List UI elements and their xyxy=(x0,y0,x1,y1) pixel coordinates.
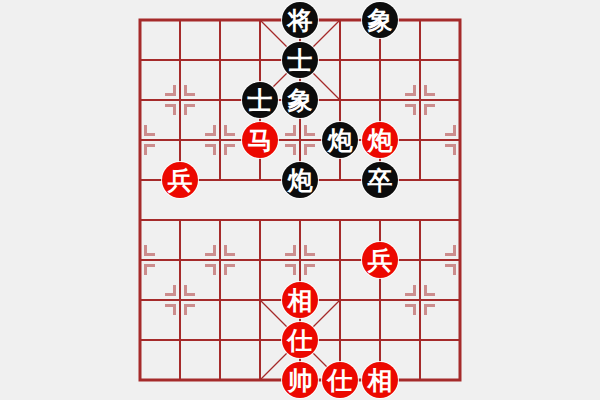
star-point-bracket xyxy=(405,285,416,296)
star-point-bracket xyxy=(184,104,195,115)
star-point-mark xyxy=(405,85,435,115)
xiangqi-board[interactable]: 将象士士象马炮炮兵炮卒兵相仕帅仕相 xyxy=(140,20,460,380)
red-pawn[interactable]: 兵 xyxy=(362,242,398,278)
star-point-bracket xyxy=(224,125,235,136)
star-point-bracket xyxy=(285,245,296,256)
star-point-mark xyxy=(205,245,235,275)
star-point-bracket xyxy=(165,104,176,115)
black-advisor[interactable]: 士 xyxy=(282,42,318,78)
star-point-bracket xyxy=(405,104,416,115)
star-point-bracket xyxy=(304,144,315,155)
star-point-bracket xyxy=(144,264,155,275)
star-point-bracket xyxy=(285,264,296,275)
red-general[interactable]: 帅 xyxy=(282,362,318,398)
star-point-bracket xyxy=(144,144,155,155)
star-point-bracket xyxy=(224,144,235,155)
red-cannon[interactable]: 炮 xyxy=(362,122,398,158)
star-point-bracket xyxy=(144,125,155,136)
star-point-mark xyxy=(125,125,155,155)
black-elephant[interactable]: 象 xyxy=(362,2,398,38)
black-cannon[interactable]: 炮 xyxy=(282,162,318,198)
star-point-bracket xyxy=(445,125,456,136)
star-point-bracket xyxy=(184,285,195,296)
black-pawn[interactable]: 卒 xyxy=(362,162,398,198)
star-point-bracket xyxy=(304,125,315,136)
red-advisor[interactable]: 仕 xyxy=(282,322,318,358)
star-point-mark xyxy=(445,125,475,155)
star-point-bracket xyxy=(205,245,216,256)
black-general[interactable]: 将 xyxy=(282,2,318,38)
star-point-bracket xyxy=(424,85,435,96)
star-point-bracket xyxy=(184,304,195,315)
page-background: 将象士士象马炮炮兵炮卒兵相仕帅仕相 xyxy=(0,0,600,400)
star-point-bracket xyxy=(205,264,216,275)
star-point-bracket xyxy=(285,144,296,155)
star-point-bracket xyxy=(165,85,176,96)
star-point-mark xyxy=(125,245,155,275)
star-point-mark xyxy=(285,245,315,275)
star-point-bracket xyxy=(285,125,296,136)
star-point-bracket xyxy=(205,125,216,136)
star-point-bracket xyxy=(205,144,216,155)
red-elephant[interactable]: 相 xyxy=(282,282,318,318)
star-point-bracket xyxy=(424,285,435,296)
star-point-mark xyxy=(165,285,195,315)
star-point-bracket xyxy=(405,85,416,96)
black-elephant[interactable]: 象 xyxy=(282,82,318,118)
star-point-mark xyxy=(205,125,235,155)
black-advisor[interactable]: 士 xyxy=(242,82,278,118)
star-point-mark xyxy=(445,245,475,275)
star-point-bracket xyxy=(165,285,176,296)
star-point-mark xyxy=(165,85,195,115)
star-point-bracket xyxy=(445,264,456,275)
star-point-bracket xyxy=(445,245,456,256)
star-point-bracket xyxy=(445,144,456,155)
star-point-bracket xyxy=(165,304,176,315)
red-elephant[interactable]: 相 xyxy=(362,362,398,398)
star-point-bracket xyxy=(424,304,435,315)
red-advisor[interactable]: 仕 xyxy=(322,362,358,398)
star-point-mark xyxy=(285,125,315,155)
star-point-bracket xyxy=(304,264,315,275)
star-point-bracket xyxy=(304,245,315,256)
star-point-bracket xyxy=(224,245,235,256)
red-horse[interactable]: 马 xyxy=(242,122,278,158)
black-cannon[interactable]: 炮 xyxy=(322,122,358,158)
star-point-mark xyxy=(405,285,435,315)
star-point-bracket xyxy=(184,85,195,96)
red-pawn[interactable]: 兵 xyxy=(162,162,198,198)
star-point-bracket xyxy=(144,245,155,256)
star-point-bracket xyxy=(424,104,435,115)
star-point-bracket xyxy=(405,304,416,315)
star-point-bracket xyxy=(224,264,235,275)
